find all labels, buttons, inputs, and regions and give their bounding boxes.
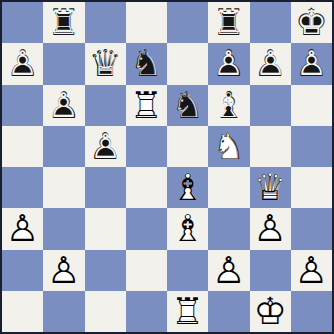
black-pawn-glyph-outline: ♙ — [4, 45, 42, 83]
square-h6[interactable] — [291, 85, 332, 126]
white-pawn[interactable]: ♟♙ — [208, 250, 249, 291]
white-pawn-glyph-outline: ♙ — [250, 208, 291, 249]
white-pawn-glyph-outline: ♙ — [43, 250, 84, 291]
black-queen[interactable]: ♛♕ — [85, 43, 126, 84]
white-bishop[interactable]: ♝♗ — [167, 167, 208, 208]
black-pawn-glyph-outline: ♙ — [251, 45, 289, 83]
white-pawn[interactable]: ♟♙ — [43, 250, 84, 291]
square-h4[interactable] — [291, 167, 332, 208]
square-c2[interactable] — [85, 250, 126, 291]
black-pawn[interactable]: ♟♙ — [250, 43, 291, 84]
square-g1[interactable]: ♚♔ — [250, 291, 291, 332]
square-e2[interactable] — [167, 250, 208, 291]
square-c7[interactable]: ♛♕ — [85, 43, 126, 84]
black-king-glyph-outline: ♔ — [292, 4, 330, 42]
black-pawn-glyph-outline: ♙ — [210, 45, 248, 83]
square-f6[interactable]: ♝♗ — [208, 85, 249, 126]
black-knight-glyph-outline: ♘ — [169, 86, 207, 124]
white-knight-glyph-outline: ♘ — [208, 126, 249, 167]
square-h3[interactable] — [291, 208, 332, 249]
square-f3[interactable] — [208, 208, 249, 249]
square-b2[interactable]: ♟♙ — [43, 250, 84, 291]
square-d7[interactable]: ♞♘ — [126, 43, 167, 84]
black-rook[interactable]: ♜♖ — [208, 2, 249, 43]
square-b1[interactable] — [43, 291, 84, 332]
white-king-glyph-outline: ♔ — [250, 291, 291, 332]
square-f8[interactable]: ♜♖ — [208, 2, 249, 43]
white-rook-glyph-outline: ♖ — [167, 291, 208, 332]
black-pawn-glyph-outline: ♙ — [86, 127, 124, 165]
black-pawn[interactable]: ♟♙ — [85, 126, 126, 167]
square-a2[interactable] — [2, 250, 43, 291]
square-g8[interactable] — [250, 2, 291, 43]
square-h7[interactable]: ♟♙ — [291, 43, 332, 84]
black-knight-glyph-outline: ♘ — [127, 45, 165, 83]
square-d6[interactable]: ♜♖ — [126, 85, 167, 126]
square-d2[interactable] — [126, 250, 167, 291]
square-c1[interactable] — [85, 291, 126, 332]
square-e3[interactable]: ♝♗ — [167, 208, 208, 249]
square-e7[interactable] — [167, 43, 208, 84]
square-a1[interactable] — [2, 291, 43, 332]
square-f5[interactable]: ♞♘ — [208, 126, 249, 167]
white-king[interactable]: ♚♔ — [250, 291, 291, 332]
square-b3[interactable] — [43, 208, 84, 249]
square-f2[interactable]: ♟♙ — [208, 250, 249, 291]
square-e6[interactable]: ♞♘ — [167, 85, 208, 126]
square-f4[interactable] — [208, 167, 249, 208]
square-c5[interactable]: ♟♙ — [85, 126, 126, 167]
square-b4[interactable] — [43, 167, 84, 208]
square-h1[interactable] — [291, 291, 332, 332]
black-pawn[interactable]: ♟♙ — [291, 43, 332, 84]
square-g5[interactable] — [250, 126, 291, 167]
black-pawn-glyph-outline: ♙ — [45, 86, 83, 124]
white-bishop-glyph-outline: ♗ — [167, 167, 208, 208]
square-g6[interactable] — [250, 85, 291, 126]
square-b5[interactable] — [43, 126, 84, 167]
square-a6[interactable] — [2, 85, 43, 126]
white-pawn[interactable]: ♟♙ — [2, 208, 43, 249]
white-bishop-glyph-outline: ♗ — [167, 208, 208, 249]
white-rook[interactable]: ♜♖ — [126, 85, 167, 126]
square-b8[interactable]: ♜♖ — [43, 2, 84, 43]
chess-board: ♜♖♜♖♚♔♟♙♛♕♞♘♟♙♟♙♟♙♟♙♜♖♞♘♝♗♟♙♞♘♝♗♛♕♟♙♝♗♟♙… — [0, 0, 334, 334]
square-e4[interactable]: ♝♗ — [167, 167, 208, 208]
square-h8[interactable]: ♚♔ — [291, 2, 332, 43]
white-rook[interactable]: ♜♖ — [167, 291, 208, 332]
white-pawn[interactable]: ♟♙ — [250, 208, 291, 249]
white-rook-glyph-outline: ♖ — [126, 85, 167, 126]
square-e5[interactable] — [167, 126, 208, 167]
square-f1[interactable] — [208, 291, 249, 332]
black-pawn[interactable]: ♟♙ — [208, 43, 249, 84]
black-pawn-glyph-outline: ♙ — [292, 45, 330, 83]
square-a3[interactable]: ♟♙ — [2, 208, 43, 249]
black-rook-glyph-outline: ♖ — [210, 4, 248, 42]
square-c4[interactable] — [85, 167, 126, 208]
black-pawn[interactable]: ♟♙ — [43, 85, 84, 126]
black-king[interactable]: ♚♔ — [291, 2, 332, 43]
square-b6[interactable]: ♟♙ — [43, 85, 84, 126]
square-c6[interactable] — [85, 85, 126, 126]
white-bishop[interactable]: ♝♗ — [167, 208, 208, 249]
square-c3[interactable] — [85, 208, 126, 249]
square-g7[interactable]: ♟♙ — [250, 43, 291, 84]
square-e8[interactable] — [167, 2, 208, 43]
white-queen[interactable]: ♛♕ — [250, 167, 291, 208]
white-pawn-glyph-outline: ♙ — [208, 250, 249, 291]
square-a5[interactable] — [2, 126, 43, 167]
black-knight[interactable]: ♞♘ — [126, 43, 167, 84]
black-rook-glyph-outline: ♖ — [45, 4, 83, 42]
white-knight[interactable]: ♞♘ — [208, 126, 249, 167]
square-e1[interactable]: ♜♖ — [167, 291, 208, 332]
white-pawn[interactable]: ♟♙ — [291, 250, 332, 291]
black-knight[interactable]: ♞♘ — [167, 85, 208, 126]
square-g3[interactable]: ♟♙ — [250, 208, 291, 249]
square-a8[interactable] — [2, 2, 43, 43]
white-queen-glyph-outline: ♕ — [250, 167, 291, 208]
square-d3[interactable] — [126, 208, 167, 249]
black-queen-glyph-outline: ♕ — [86, 45, 124, 83]
square-c8[interactable] — [85, 2, 126, 43]
square-d8[interactable] — [126, 2, 167, 43]
square-d5[interactable] — [126, 126, 167, 167]
square-d1[interactable] — [126, 291, 167, 332]
black-bishop-glyph-outline: ♗ — [210, 86, 248, 124]
square-a4[interactable] — [2, 167, 43, 208]
square-g2[interactable] — [250, 250, 291, 291]
square-b7[interactable] — [43, 43, 84, 84]
chess-board-frame: ♜♖♜♖♚♔♟♙♛♕♞♘♟♙♟♙♟♙♟♙♜♖♞♘♝♗♟♙♞♘♝♗♛♕♟♙♝♗♟♙… — [0, 0, 334, 334]
white-pawn-glyph-outline: ♙ — [291, 250, 332, 291]
black-pawn[interactable]: ♟♙ — [2, 43, 43, 84]
square-g4[interactable]: ♛♕ — [250, 167, 291, 208]
square-a7[interactable]: ♟♙ — [2, 43, 43, 84]
square-h5[interactable] — [291, 126, 332, 167]
square-h2[interactable]: ♟♙ — [291, 250, 332, 291]
square-d4[interactable] — [126, 167, 167, 208]
black-rook[interactable]: ♜♖ — [43, 2, 84, 43]
square-f7[interactable]: ♟♙ — [208, 43, 249, 84]
black-bishop[interactable]: ♝♗ — [208, 85, 249, 126]
white-pawn-glyph-outline: ♙ — [2, 208, 43, 249]
